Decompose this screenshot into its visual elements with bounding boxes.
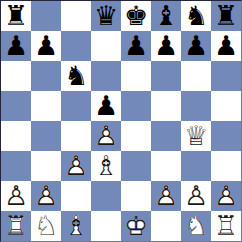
square-b3[interactable] xyxy=(31,151,61,181)
black-rook-piece[interactable]: ♜ xyxy=(1,1,31,31)
square-a8[interactable]: ♜ xyxy=(1,1,31,31)
square-c4[interactable] xyxy=(61,121,91,151)
white-piece-outline: ♙ xyxy=(31,181,61,211)
square-a2[interactable]: ♟♙ xyxy=(1,181,31,211)
white-queen-piece[interactable]: ♛♕ xyxy=(181,121,211,151)
square-h2[interactable]: ♟♙ xyxy=(211,181,241,211)
white-piece-outline: ♙ xyxy=(211,181,241,211)
square-f6[interactable] xyxy=(151,61,181,91)
black-pawn-piece[interactable]: ♟ xyxy=(91,91,121,121)
square-g6[interactable] xyxy=(181,61,211,91)
square-c7[interactable] xyxy=(61,31,91,61)
black-pawn-piece[interactable]: ♟ xyxy=(1,31,31,61)
square-f1[interactable] xyxy=(151,211,181,241)
white-piece-outline: ♘ xyxy=(31,211,61,241)
square-d1[interactable] xyxy=(91,211,121,241)
square-f4[interactable] xyxy=(151,121,181,151)
square-f7[interactable]: ♟ xyxy=(151,31,181,61)
square-e6[interactable] xyxy=(121,61,151,91)
white-piece-outline: ♙ xyxy=(151,181,181,211)
square-h5[interactable] xyxy=(211,91,241,121)
white-piece-outline: ♙ xyxy=(91,121,121,151)
square-h4[interactable] xyxy=(211,121,241,151)
square-b8[interactable] xyxy=(31,1,61,31)
white-piece-outline: ♖ xyxy=(211,211,241,241)
white-piece-outline: ♕ xyxy=(181,121,211,151)
square-b4[interactable] xyxy=(31,121,61,151)
square-h8[interactable]: ♜ xyxy=(211,1,241,31)
square-e2[interactable] xyxy=(121,181,151,211)
black-pawn-piece[interactable]: ♟ xyxy=(151,31,181,61)
black-king-piece[interactable]: ♚ xyxy=(121,1,151,31)
square-d6[interactable] xyxy=(91,61,121,91)
square-b7[interactable]: ♟ xyxy=(31,31,61,61)
square-d8[interactable]: ♛ xyxy=(91,1,121,31)
square-c2[interactable] xyxy=(61,181,91,211)
square-g2[interactable]: ♟♙ xyxy=(181,181,211,211)
square-a1[interactable]: ♜♖ xyxy=(1,211,31,241)
square-d3[interactable]: ♝♗ xyxy=(91,151,121,181)
square-e5[interactable] xyxy=(121,91,151,121)
black-pawn-piece[interactable]: ♟ xyxy=(121,31,151,61)
white-pawn-piece[interactable]: ♟♙ xyxy=(31,181,61,211)
chess-board-wrapper: ♜♛♚♝♞♜♟♟♟♟♟♟♞♟♟♙♛♕♟♙♝♗♟♙♟♙♟♙♟♙♟♙♜♖♞♘♝♗♚♔… xyxy=(0,0,242,242)
white-piece-outline: ♙ xyxy=(61,151,91,181)
black-queen-piece[interactable]: ♛ xyxy=(91,1,121,31)
square-c3[interactable]: ♟♙ xyxy=(61,151,91,181)
square-e3[interactable] xyxy=(121,151,151,181)
square-g3[interactable] xyxy=(181,151,211,181)
square-c5[interactable] xyxy=(61,91,91,121)
square-b5[interactable] xyxy=(31,91,61,121)
square-e4[interactable] xyxy=(121,121,151,151)
square-a3[interactable] xyxy=(1,151,31,181)
square-d7[interactable] xyxy=(91,31,121,61)
square-g1[interactable]: ♞♘ xyxy=(181,211,211,241)
square-d5[interactable]: ♟ xyxy=(91,91,121,121)
square-b1[interactable]: ♞♘ xyxy=(31,211,61,241)
white-pawn-piece[interactable]: ♟♙ xyxy=(61,151,91,181)
square-c6[interactable]: ♞ xyxy=(61,61,91,91)
white-pawn-piece[interactable]: ♟♙ xyxy=(151,181,181,211)
square-b2[interactable]: ♟♙ xyxy=(31,181,61,211)
white-pawn-piece[interactable]: ♟♙ xyxy=(1,181,31,211)
square-h7[interactable]: ♟ xyxy=(211,31,241,61)
square-e7[interactable]: ♟ xyxy=(121,31,151,61)
white-pawn-piece[interactable]: ♟♙ xyxy=(181,181,211,211)
square-c8[interactable] xyxy=(61,1,91,31)
square-d2[interactable] xyxy=(91,181,121,211)
square-f2[interactable]: ♟♙ xyxy=(151,181,181,211)
black-knight-piece[interactable]: ♞ xyxy=(61,61,91,91)
square-h3[interactable] xyxy=(211,151,241,181)
black-pawn-piece[interactable]: ♟ xyxy=(31,31,61,61)
square-a6[interactable] xyxy=(1,61,31,91)
square-b6[interactable] xyxy=(31,61,61,91)
white-piece-outline: ♔ xyxy=(121,211,151,241)
white-bishop-piece[interactable]: ♝♗ xyxy=(91,151,121,181)
square-h6[interactable] xyxy=(211,61,241,91)
white-king-piece[interactable]: ♚♔ xyxy=(121,211,151,241)
white-bishop-piece[interactable]: ♝♗ xyxy=(61,211,91,241)
square-g7[interactable]: ♟ xyxy=(181,31,211,61)
square-e1[interactable]: ♚♔ xyxy=(121,211,151,241)
square-f8[interactable]: ♝ xyxy=(151,1,181,31)
square-g8[interactable]: ♞ xyxy=(181,1,211,31)
chess-board: ♜♛♚♝♞♜♟♟♟♟♟♟♞♟♟♙♛♕♟♙♝♗♟♙♟♙♟♙♟♙♟♙♜♖♞♘♝♗♚♔… xyxy=(0,0,242,242)
white-piece-outline: ♙ xyxy=(1,181,31,211)
black-pawn-piece[interactable]: ♟ xyxy=(211,31,241,61)
square-a7[interactable]: ♟ xyxy=(1,31,31,61)
white-knight-piece[interactable]: ♞♘ xyxy=(181,211,211,241)
square-e8[interactable]: ♚ xyxy=(121,1,151,31)
square-g5[interactable] xyxy=(181,91,211,121)
square-g4[interactable]: ♛♕ xyxy=(181,121,211,151)
square-a5[interactable] xyxy=(1,91,31,121)
black-pawn-piece[interactable]: ♟ xyxy=(181,31,211,61)
black-bishop-piece[interactable]: ♝ xyxy=(151,1,181,31)
white-piece-outline: ♘ xyxy=(181,211,211,241)
square-h1[interactable]: ♜♖ xyxy=(211,211,241,241)
white-rook-piece[interactable]: ♜♖ xyxy=(1,211,31,241)
white-rook-piece[interactable]: ♜♖ xyxy=(211,211,241,241)
square-f3[interactable] xyxy=(151,151,181,181)
white-piece-outline: ♗ xyxy=(61,211,91,241)
square-d4[interactable]: ♟♙ xyxy=(91,121,121,151)
white-knight-piece[interactable]: ♞♘ xyxy=(31,211,61,241)
white-piece-outline: ♙ xyxy=(181,181,211,211)
white-piece-outline: ♗ xyxy=(91,151,121,181)
square-c1[interactable]: ♝♗ xyxy=(61,211,91,241)
square-a4[interactable] xyxy=(1,121,31,151)
white-pawn-piece[interactable]: ♟♙ xyxy=(211,181,241,211)
white-piece-outline: ♖ xyxy=(1,211,31,241)
square-f5[interactable] xyxy=(151,91,181,121)
black-rook-piece[interactable]: ♜ xyxy=(211,1,241,31)
white-pawn-piece[interactable]: ♟♙ xyxy=(91,121,121,151)
black-knight-piece[interactable]: ♞ xyxy=(181,1,211,31)
